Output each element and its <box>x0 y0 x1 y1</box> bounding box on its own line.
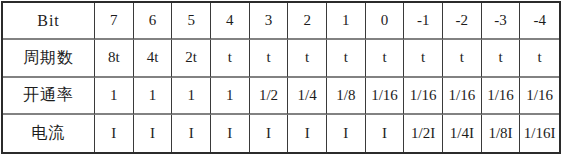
table-cell-r3-c10: 1/8I <box>482 115 521 152</box>
table-cell-r3-c9: 1/4I <box>443 115 482 152</box>
table-cell-r0-c5: 2 <box>288 3 327 40</box>
table-cell-r0-c2: 5 <box>172 3 211 40</box>
table-cell-r0-c7: 0 <box>366 3 405 40</box>
table-cell-r2-c0: 1 <box>95 78 134 115</box>
table-cell-r3-c11: 1/16I <box>520 115 559 152</box>
table-cell-r2-c11: 1/16 <box>520 78 559 115</box>
table-cell-r3-c0: I <box>95 115 134 152</box>
table-cell-r0-c6: 1 <box>327 3 366 40</box>
table-cell-r1-c10: t <box>482 40 521 77</box>
table-cell-r1-c1: 4t <box>134 40 173 77</box>
table-cell-r1-c11: t <box>520 40 559 77</box>
table-cell-r3-c8: 1/2I <box>404 115 443 152</box>
table-cell-r3-c3: I <box>211 115 250 152</box>
table-cell-r2-c4: 1/2 <box>250 78 289 115</box>
table-cell-r1-c3: t <box>211 40 250 77</box>
row-label-1: 周期数 <box>3 40 95 77</box>
table-cell-r3-c1: I <box>134 115 173 152</box>
bit-dac-table: Bit76543210-1-2-3-4周期数8t4t2tttttttttt开通率… <box>1 1 561 154</box>
table-cell-r0-c0: 7 <box>95 3 134 40</box>
table-cell-r0-c10: -3 <box>482 3 521 40</box>
table-cell-r0-c1: 6 <box>134 3 173 40</box>
table-cell-r1-c7: t <box>366 40 405 77</box>
table-cell-r1-c0: 8t <box>95 40 134 77</box>
table-cell-r1-c5: t <box>288 40 327 77</box>
row-label-2: 开通率 <box>3 78 95 115</box>
table-cell-r2-c8: 1/16 <box>404 78 443 115</box>
table-cell-r2-c6: 1/8 <box>327 78 366 115</box>
table-cell-r0-c8: -1 <box>404 3 443 40</box>
table-cell-r0-c3: 4 <box>211 3 250 40</box>
table-cell-r3-c5: I <box>288 115 327 152</box>
row-label-0: Bit <box>3 3 95 40</box>
table-cell-r2-c10: 1/16 <box>482 78 521 115</box>
table-cell-r1-c6: t <box>327 40 366 77</box>
table-cell-r2-c3: 1 <box>211 78 250 115</box>
table-cell-r0-c4: 3 <box>250 3 289 40</box>
table-cell-r0-c9: -2 <box>443 3 482 40</box>
row-label-3: 电流 <box>3 115 95 152</box>
table-cell-r3-c6: I <box>327 115 366 152</box>
table-cell-r3-c4: I <box>250 115 289 152</box>
table-cell-r2-c2: 1 <box>172 78 211 115</box>
table-cell-r1-c4: t <box>250 40 289 77</box>
table-cell-r2-c7: 1/16 <box>366 78 405 115</box>
table-cell-r2-c9: 1/16 <box>443 78 482 115</box>
table-cell-r1-c8: t <box>404 40 443 77</box>
table-cell-r0-c11: -4 <box>520 3 559 40</box>
table-cell-r3-c2: I <box>172 115 211 152</box>
table-cell-r3-c7: I <box>366 115 405 152</box>
table-cell-r2-c5: 1/4 <box>288 78 327 115</box>
table-cell-r2-c1: 1 <box>134 78 173 115</box>
table-cell-r1-c9: t <box>443 40 482 77</box>
table-cell-r1-c2: 2t <box>172 40 211 77</box>
